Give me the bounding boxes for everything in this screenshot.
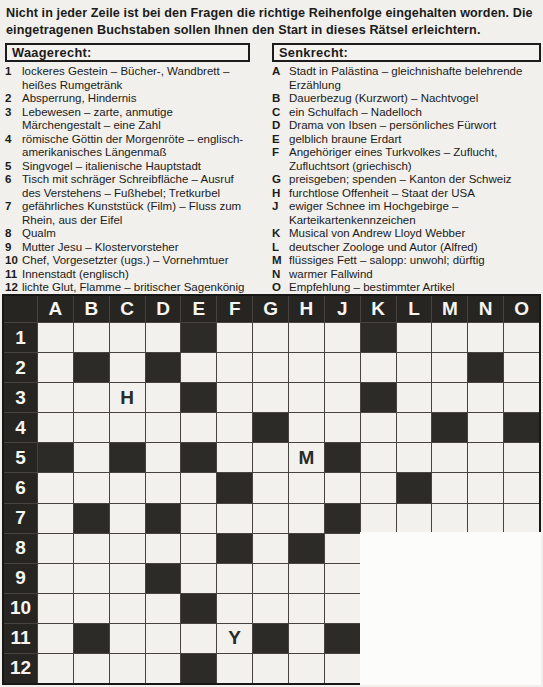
clue-item: 3Lebewesen – zarte, anmutige Märchengest… — [5, 106, 257, 133]
grid-cell-H6[interactable] — [289, 473, 324, 502]
col-header-H: H — [289, 296, 324, 322]
clue-item: 5Singvogel – italienische Hauptstadt — [5, 160, 257, 174]
clue-text: furchtlose Offenheit – Staat der USA — [289, 187, 539, 201]
grid-cell-B4[interactable] — [74, 413, 109, 442]
grid-cell-L2[interactable] — [397, 353, 432, 382]
grid-cell-M5[interactable] — [432, 443, 467, 472]
grid-cell-A10[interactable] — [38, 594, 73, 623]
grid-cell-H7[interactable] — [289, 504, 324, 533]
grid-cell-L6 — [397, 473, 432, 502]
grid-cell-D1[interactable] — [146, 323, 181, 352]
grid-cell-H10[interactable] — [289, 594, 324, 623]
grid-cell-G8[interactable] — [253, 534, 288, 563]
clue-number: 9 — [5, 241, 22, 255]
grid-cell-F5[interactable] — [217, 443, 252, 472]
clue-text: Angehöriger eines Turkvolkes – Zuflucht,… — [289, 146, 539, 173]
grid-cell-N2 — [468, 353, 503, 382]
grid-cell-J11 — [325, 624, 360, 653]
grid-cell-D11[interactable] — [146, 624, 181, 653]
clue-text: Innenstadt (englisch) — [22, 268, 252, 282]
clue-number: 4 — [5, 133, 22, 160]
grid-cell-F10[interactable] — [217, 594, 252, 623]
across-section: Waagerecht: 1lockeres Gestein – Bücher-,… — [5, 43, 257, 295]
row-header-1: 1 — [4, 323, 37, 352]
blank-solution-area — [360, 532, 541, 685]
col-header-D: D — [146, 296, 181, 322]
grid-cell-C1[interactable] — [110, 323, 145, 352]
clue-text: ewiger Schnee im Hochgebirge – Karteikar… — [289, 200, 539, 227]
row-header-4: 4 — [4, 413, 37, 442]
col-header-G: G — [253, 296, 288, 322]
grid-cell-F4[interactable] — [217, 413, 252, 442]
clue-number: A — [272, 65, 289, 92]
grid-cell-K2[interactable] — [361, 353, 396, 382]
grid-cell-C7[interactable] — [110, 504, 145, 533]
clue-number: 10 — [5, 254, 22, 268]
grid-cell-C4[interactable] — [110, 413, 145, 442]
grid-cell-D12[interactable] — [146, 654, 181, 683]
row-header-3: 3 — [4, 383, 37, 412]
grid-cell-C8[interactable] — [110, 534, 145, 563]
grid-cell-F12[interactable] — [217, 654, 252, 683]
row-header-10: 10 — [4, 594, 37, 623]
grid-cell-N6[interactable] — [468, 473, 503, 502]
grid-cell-E1 — [181, 323, 216, 352]
across-title: Waagerecht: — [5, 43, 250, 62]
clue-item: BDauerbezug (Kurzwort) – Nachtvogel — [272, 92, 541, 106]
clue-number: 2 — [5, 92, 22, 106]
grid-cell-C3[interactable]: H — [110, 383, 145, 412]
clue-text: deutscher Zoologe und Autor (Alfred) — [289, 241, 539, 255]
grid-cell-E7[interactable] — [181, 504, 216, 533]
grid-cell-B12[interactable] — [74, 654, 109, 683]
clue-item: 4römische Göttin der Morgenröte – englis… — [5, 133, 257, 160]
clue-item: FAngehöriger eines Turkvolkes – Zuflucht… — [272, 146, 541, 173]
clue-item: Hfurchtlose Offenheit – Staat der USA — [272, 187, 541, 201]
row-header-6: 6 — [4, 473, 37, 502]
grid-cell-E12 — [181, 654, 216, 683]
clue-number: 11 — [5, 268, 22, 282]
grid-cell-J10[interactable] — [325, 594, 360, 623]
grid-cell-E10 — [181, 594, 216, 623]
grid-cell-J4[interactable] — [325, 413, 360, 442]
grid-cell-C9[interactable] — [110, 564, 145, 593]
grid-cell-G7[interactable] — [253, 504, 288, 533]
grid-cell-D10[interactable] — [146, 594, 181, 623]
col-header-C: C — [110, 296, 145, 322]
clue-text: lichte Glut, Flamme – britischer Sagenkö… — [22, 281, 252, 295]
grid-cell-O3[interactable] — [504, 383, 539, 412]
grid-cell-K1 — [361, 323, 396, 352]
row-header-11: 11 — [4, 624, 37, 653]
grid-cell-H5[interactable]: M — [289, 443, 324, 472]
grid-cell-F2[interactable] — [217, 353, 252, 382]
clue-number: 3 — [5, 106, 22, 133]
intro-text: Nicht in jeder Zeile ist bei den Fragen … — [6, 5, 539, 38]
grid-cell-F3[interactable] — [217, 383, 252, 412]
grid-cell-G3[interactable] — [253, 383, 288, 412]
grid-cell-A1[interactable] — [38, 323, 73, 352]
grid-cell-G10[interactable] — [253, 594, 288, 623]
grid-cell-B2 — [74, 353, 109, 382]
clue-item: DDrama von Ibsen – persönliches Fürwort — [272, 119, 541, 133]
grid-cell-B3[interactable] — [74, 383, 109, 412]
clue-text: Drama von Ibsen – persönliches Fürwort — [289, 119, 539, 133]
down-section: Senkrecht: AStadt in Palästina – gleichn… — [272, 43, 541, 295]
down-title: Senkrecht: — [272, 43, 541, 62]
grid-cell-B1[interactable] — [74, 323, 109, 352]
grid-cell-K4[interactable] — [361, 413, 396, 442]
grid-cell-H3[interactable] — [289, 383, 324, 412]
grid-cell-D2 — [146, 353, 181, 382]
prefilled-letter: H — [120, 387, 134, 409]
grid-cell-O6[interactable] — [504, 473, 539, 502]
corner-cell — [4, 296, 37, 322]
grid-cell-E4[interactable] — [181, 413, 216, 442]
prefilled-letter: Y — [228, 627, 241, 649]
clue-number: N — [272, 268, 289, 282]
grid-cell-O2[interactable] — [504, 353, 539, 382]
clue-item: 2Absperrung, Hindernis — [5, 92, 257, 106]
grid-cell-O5[interactable] — [504, 443, 539, 472]
grid-cell-F9[interactable] — [217, 564, 252, 593]
grid-cell-B6[interactable] — [74, 473, 109, 502]
grid-cell-F7[interactable] — [217, 504, 252, 533]
clue-number: M — [272, 254, 289, 268]
row-header-2: 2 — [4, 353, 37, 382]
clue-number: 6 — [5, 173, 22, 200]
grid-cell-B10[interactable] — [74, 594, 109, 623]
grid-cell-N1[interactable] — [468, 323, 503, 352]
grid-cell-J3[interactable] — [325, 383, 360, 412]
clue-item: 7gefährliches Kunststück (Film) – Fluss … — [5, 200, 257, 227]
clue-item: Egelblich braune Erdart — [272, 133, 541, 147]
grid-cell-N3[interactable] — [468, 383, 503, 412]
clue-text: Musical von Andrew Lloyd Webber — [289, 227, 539, 241]
grid-cell-A3[interactable] — [38, 383, 73, 412]
grid-cell-K3 — [361, 383, 396, 412]
row-header-7: 7 — [4, 504, 37, 533]
clue-number: F — [272, 146, 289, 173]
grid-cell-B8[interactable] — [74, 534, 109, 563]
grid-cell-F8 — [217, 534, 252, 563]
grid-cell-J5 — [325, 443, 360, 472]
grid-cell-H11[interactable] — [289, 624, 324, 653]
clue-item: AStadt in Palästina – gleichnishafte bel… — [272, 65, 541, 92]
grid-cell-J6[interactable] — [325, 473, 360, 502]
grid-cell-N4[interactable] — [468, 413, 503, 442]
clue-item: Nwarmer Fallwind — [272, 268, 541, 282]
clue-number: K — [272, 227, 289, 241]
grid-cell-D3[interactable] — [146, 383, 181, 412]
row-header-12: 12 — [4, 654, 37, 683]
clue-number: 12 — [5, 281, 22, 295]
grid-cell-E3 — [181, 383, 216, 412]
grid-cell-A11[interactable] — [38, 624, 73, 653]
grid-cell-K6[interactable] — [361, 473, 396, 502]
grid-cell-L5[interactable] — [397, 443, 432, 472]
grid-cell-G6[interactable] — [253, 473, 288, 502]
grid-cell-J2[interactable] — [325, 353, 360, 382]
grid-cell-H2[interactable] — [289, 353, 324, 382]
grid-cell-D8[interactable] — [146, 534, 181, 563]
grid-cell-M4 — [432, 413, 467, 442]
clue-text: Mutter Jesu – Klostervorsteher — [22, 241, 252, 255]
grid-cell-J1[interactable] — [325, 323, 360, 352]
clue-item: 1lockeres Gestein – Bücher-, Wandbrett –… — [5, 65, 257, 92]
grid-cell-M3[interactable] — [432, 383, 467, 412]
clue-item: KMusical von Andrew Lloyd Webber — [272, 227, 541, 241]
clue-item: Gpreisgeben; spenden – Kanton der Schwei… — [272, 173, 541, 187]
clue-text: gefährliches Kunststück (Film) – Fluss z… — [22, 200, 252, 227]
clue-text: Lebewesen – zarte, anmutige Märchengesta… — [22, 106, 252, 133]
grid-cell-J7 — [325, 504, 360, 533]
grid-cell-D5[interactable] — [146, 443, 181, 472]
grid-cell-N7[interactable] — [468, 504, 503, 533]
clue-item: 10Chef, Vorgesetzter (ugs.) – Vornehmtue… — [5, 254, 257, 268]
grid-cell-A6[interactable] — [38, 473, 73, 502]
clue-number: 7 — [5, 200, 22, 227]
clue-text: gelblich braune Erdart — [289, 133, 539, 147]
clue-item: 6Tisch mit schräger Schreibfläche – Ausr… — [5, 173, 257, 200]
clue-text: Qualm — [22, 227, 252, 241]
grid-cell-A12[interactable] — [38, 654, 73, 683]
clue-item: 9Mutter Jesu – Klostervorsteher — [5, 241, 257, 255]
grid-cell-E8[interactable] — [181, 534, 216, 563]
grid-cell-E5 — [181, 443, 216, 472]
grid-cell-M1[interactable] — [432, 323, 467, 352]
grid-cell-C2[interactable] — [110, 353, 145, 382]
clue-item: OEmpfehlung – bestimmter Artikel — [272, 281, 541, 295]
grid-cell-G4 — [253, 413, 288, 442]
grid-cell-H1[interactable] — [289, 323, 324, 352]
grid-cell-G1[interactable] — [253, 323, 288, 352]
clue-item: Ldeutscher Zoologe und Autor (Alfred) — [272, 241, 541, 255]
clue-item: Mflüssiges Fett – salopp: unwohl; dürfti… — [272, 254, 541, 268]
clue-number: G — [272, 173, 289, 187]
grid-cell-L4[interactable] — [397, 413, 432, 442]
grid-cell-C12[interactable] — [110, 654, 145, 683]
grid-cell-L3[interactable] — [397, 383, 432, 412]
clue-text: Tisch mit schräger Schreibfläche – Ausru… — [22, 173, 252, 200]
grid-cell-M2[interactable] — [432, 353, 467, 382]
clue-number: L — [272, 241, 289, 255]
clue-number: O — [272, 281, 289, 295]
clue-number: 5 — [5, 160, 22, 174]
grid-cell-E9[interactable] — [181, 564, 216, 593]
grid-cell-F6 — [217, 473, 252, 502]
prefilled-letter: M — [299, 447, 315, 469]
clue-number: J — [272, 200, 289, 227]
row-header-9: 9 — [4, 564, 37, 593]
clue-number: H — [272, 187, 289, 201]
grid-cell-L1[interactable] — [397, 323, 432, 352]
grid-cell-A4[interactable] — [38, 413, 73, 442]
clue-number: B — [272, 92, 289, 106]
grid-cell-G12[interactable] — [253, 654, 288, 683]
clue-number: C — [272, 106, 289, 120]
grid-cell-N5[interactable] — [468, 443, 503, 472]
grid-cell-G9[interactable] — [253, 564, 288, 593]
grid-cell-C10[interactable] — [110, 594, 145, 623]
grid-cell-D9 — [146, 564, 181, 593]
grid-cell-H9[interactable] — [289, 564, 324, 593]
grid-cell-G2[interactable] — [253, 353, 288, 382]
col-header-J: J — [325, 296, 360, 322]
clue-item: 11Innenstadt (englisch) — [5, 268, 257, 282]
grid-cell-M7[interactable] — [432, 504, 467, 533]
col-header-E: E — [181, 296, 216, 322]
clue-text: Chef, Vorgesetzter (ugs.) – Vornehmtuer — [22, 254, 252, 268]
grid-cell-B7 — [74, 504, 109, 533]
grid-cell-A8[interactable] — [38, 534, 73, 563]
clue-text: ein Schulfach – Nadelloch — [289, 106, 539, 120]
clue-number: D — [272, 119, 289, 133]
crossword-grid: ABCDEFGHJKLMNO123H45M67891011Y12 — [2, 294, 541, 685]
grid-cell-H12[interactable] — [289, 654, 324, 683]
clue-item: 8Qualm — [5, 227, 257, 241]
grid-cell-O7[interactable] — [504, 504, 539, 533]
clue-number: E — [272, 133, 289, 147]
across-clues: 1lockeres Gestein – Bücher-, Wandbrett –… — [5, 65, 257, 295]
col-header-F: F — [217, 296, 252, 322]
row-header-5: 5 — [4, 443, 37, 472]
grid-cell-D6[interactable] — [146, 473, 181, 502]
grid-cell-D7 — [146, 504, 181, 533]
row-header-8: 8 — [4, 534, 37, 563]
grid-cell-L7[interactable] — [397, 504, 432, 533]
grid-cell-C6[interactable] — [110, 473, 145, 502]
grid-cell-B5[interactable] — [74, 443, 109, 472]
grid-cell-F11[interactable]: Y — [217, 624, 252, 653]
clue-number: 1 — [5, 65, 22, 92]
grid-cell-G5[interactable] — [253, 443, 288, 472]
clue-number: 8 — [5, 227, 22, 241]
grid-cell-J8[interactable] — [325, 534, 360, 563]
grid-cell-E2[interactable] — [181, 353, 216, 382]
grid-cell-O4 — [504, 413, 539, 442]
clue-text: Dauerbezug (Kurzwort) – Nachtvogel — [289, 92, 539, 106]
grid-cell-A7[interactable] — [38, 504, 73, 533]
grid-cell-B9[interactable] — [74, 564, 109, 593]
grid-cell-D4[interactable] — [146, 413, 181, 442]
grid-cell-H8 — [289, 534, 324, 563]
grid-cell-E6[interactable] — [181, 473, 216, 502]
clue-text: lockeres Gestein – Bücher-, Wandbrett – … — [22, 65, 252, 92]
col-header-M: M — [432, 296, 467, 322]
grid-cell-J9[interactable] — [325, 564, 360, 593]
col-header-K: K — [361, 296, 396, 322]
grid-cell-C11[interactable] — [110, 624, 145, 653]
clue-text: Singvogel – italienische Hauptstadt — [22, 160, 252, 174]
grid-cell-H4[interactable] — [289, 413, 324, 442]
grid-cell-O1[interactable] — [504, 323, 539, 352]
col-header-L: L — [397, 296, 432, 322]
grid-cell-J12[interactable] — [325, 654, 360, 683]
col-header-B: B — [74, 296, 109, 322]
grid-cell-G11 — [253, 624, 288, 653]
clue-text: flüssiges Fett – salopp: unwohl; dürftig — [289, 254, 539, 268]
clue-item: 12lichte Glut, Flamme – britischer Sagen… — [5, 281, 257, 295]
clue-item: Jewiger Schnee im Hochgebirge – Karteika… — [272, 200, 541, 227]
grid-cell-C5 — [110, 443, 145, 472]
grid-cell-F1[interactable] — [217, 323, 252, 352]
clue-text: Empfehlung – bestimmter Artikel — [289, 281, 539, 295]
clue-text: preisgeben; spenden – Kanton der Schweiz — [289, 173, 539, 187]
col-header-O: O — [504, 296, 539, 322]
grid-cell-B11 — [74, 624, 109, 653]
grid-cell-K5[interactable] — [361, 443, 396, 472]
clue-text: Absperrung, Hindernis — [22, 92, 252, 106]
grid-cell-E11[interactable] — [181, 624, 216, 653]
grid-cell-M6[interactable] — [432, 473, 467, 502]
clue-text: Stadt in Palästina – gleichnishafte bele… — [289, 65, 539, 92]
col-header-A: A — [38, 296, 73, 322]
grid-cell-A2[interactable] — [38, 353, 73, 382]
grid-cell-A5 — [38, 443, 73, 472]
grid-cell-A9[interactable] — [38, 564, 73, 593]
down-clues: AStadt in Palästina – gleichnishafte bel… — [272, 65, 541, 295]
clue-text: warmer Fallwind — [289, 268, 539, 282]
col-header-N: N — [468, 296, 503, 322]
clue-item: Cein Schulfach – Nadelloch — [272, 106, 541, 120]
grid-cell-K7[interactable] — [361, 504, 396, 533]
clue-text: römische Göttin der Morgenröte – englisc… — [22, 133, 252, 160]
